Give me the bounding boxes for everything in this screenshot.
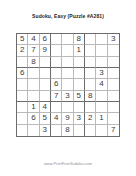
- sudoku-cell-r7c5: [62, 102, 73, 113]
- sudoku-cell-r8c2: 6: [28, 113, 39, 124]
- sudoku-cell-r5c4: 6: [51, 79, 62, 90]
- sudoku-cell-r6c8: [96, 91, 107, 102]
- sudoku-cell-r4c9: [108, 68, 119, 79]
- sudoku-cell-r3c2: 8: [28, 57, 39, 68]
- sudoku-cell-r1c3: 6: [40, 34, 51, 45]
- sudoku-cell-r9c7: [85, 125, 96, 136]
- sudoku-cell-r9c1: [17, 125, 28, 136]
- sudoku-cell-r1c6: 8: [74, 34, 85, 45]
- sudoku-cell-r5c9: [108, 79, 119, 90]
- sudoku-cell-r2c9: [108, 45, 119, 56]
- sudoku-cell-r6c7: 8: [85, 91, 96, 102]
- sudoku-cell-r7c1: [17, 102, 28, 113]
- sudoku-cell-r5c8: 4: [96, 79, 107, 90]
- sudoku-cell-r4c4: [51, 68, 62, 79]
- sudoku-cell-r3c5: [62, 57, 73, 68]
- sudoku-cell-r8c5: 9: [62, 113, 73, 124]
- sudoku-cell-r3c3: [40, 57, 51, 68]
- sudoku-cell-r2c4: [51, 45, 62, 56]
- sudoku-cell-r7c3: 4: [40, 102, 51, 113]
- sudoku-cell-r6c3: [40, 91, 51, 102]
- sudoku-cell-r9c6: [74, 125, 85, 136]
- sudoku-cell-r2c6: 1: [74, 45, 85, 56]
- sudoku-cell-r8c3: 5: [40, 113, 51, 124]
- sudoku-cell-r2c2: 7: [28, 45, 39, 56]
- sudoku-cell-r7c4: [51, 102, 62, 113]
- sudoku-cell-r4c3: [40, 68, 51, 79]
- sudoku-cell-r2c1: 2: [17, 45, 28, 56]
- sudoku-cell-r5c6: [74, 79, 85, 90]
- sudoku-cell-r4c6: [74, 68, 85, 79]
- sudoku-cell-r9c8: [96, 125, 107, 136]
- sudoku-cell-r3c8: [96, 57, 107, 68]
- sudoku-cell-r4c1: 6: [17, 68, 28, 79]
- sudoku-cell-r4c7: [85, 68, 96, 79]
- sudoku-cell-r3c4: [51, 57, 62, 68]
- sudoku-cell-r5c1: [17, 79, 28, 90]
- sudoku-cell-r5c5: [62, 79, 73, 90]
- sudoku-cell-r9c2: [28, 125, 39, 136]
- sudoku-cell-r7c8: [96, 102, 107, 113]
- sudoku-cell-r6c1: [17, 91, 28, 102]
- sudoku-cell-r6c6: 5: [74, 91, 85, 102]
- sudoku-cell-r7c9: [108, 102, 119, 113]
- sudoku-cell-r7c6: [74, 102, 85, 113]
- footer-url: www.PrintFreeSudoku.com: [0, 161, 136, 166]
- sudoku-cell-r5c3: [40, 79, 51, 90]
- sudoku-cell-r1c5: [62, 34, 73, 45]
- sudoku-cell-r1c9: 3: [108, 34, 119, 45]
- sudoku-cell-r3c1: [17, 57, 28, 68]
- sudoku-cell-r1c8: [96, 34, 107, 45]
- sudoku-cell-r1c2: 4: [28, 34, 39, 45]
- sudoku-cell-r5c2: [28, 79, 39, 90]
- sudoku-cell-r4c5: [62, 68, 73, 79]
- sudoku-cell-r7c7: [85, 102, 96, 113]
- sudoku-cell-r6c4: 7: [51, 91, 62, 102]
- page-title: Sudoku, Easy (Puzzle #A281): [0, 13, 136, 19]
- sudoku-cell-r4c8: 3: [96, 68, 107, 79]
- sudoku-cell-r4c2: [28, 68, 39, 79]
- sudoku-cell-r3c6: [74, 57, 85, 68]
- sudoku-page: Sudoku, Easy (Puzzle #A281) 546832791863…: [0, 0, 136, 176]
- sudoku-cell-r8c6: 3: [74, 113, 85, 124]
- sudoku-cell-r9c3: 3: [40, 125, 51, 136]
- sudoku-cell-r1c4: [51, 34, 62, 45]
- sudoku-board: 546832791863647358146549321387: [16, 33, 120, 137]
- sudoku-cell-r3c7: [85, 57, 96, 68]
- sudoku-cell-r2c3: 9: [40, 45, 51, 56]
- sudoku-cell-r9c5: 8: [62, 125, 73, 136]
- sudoku-cell-r8c7: 2: [85, 113, 96, 124]
- sudoku-cell-r7c2: 1: [28, 102, 39, 113]
- sudoku-cell-r6c5: 3: [62, 91, 73, 102]
- sudoku-cell-r2c8: [96, 45, 107, 56]
- sudoku-cell-r6c9: [108, 91, 119, 102]
- sudoku-cell-r8c9: [108, 113, 119, 124]
- sudoku-cell-r8c4: 4: [51, 113, 62, 124]
- sudoku-cell-r6c2: [28, 91, 39, 102]
- sudoku-cell-r9c4: [51, 125, 62, 136]
- sudoku-cell-r5c7: [85, 79, 96, 90]
- sudoku-cell-r2c7: [85, 45, 96, 56]
- sudoku-cell-r1c7: [85, 34, 96, 45]
- sudoku-cell-r1c1: 5: [17, 34, 28, 45]
- sudoku-cell-r8c8: 1: [96, 113, 107, 124]
- sudoku-cell-r8c1: [17, 113, 28, 124]
- sudoku-cell-r3c9: [108, 57, 119, 68]
- sudoku-cell-r9c9: 7: [108, 125, 119, 136]
- sudoku-cell-r2c5: [62, 45, 73, 56]
